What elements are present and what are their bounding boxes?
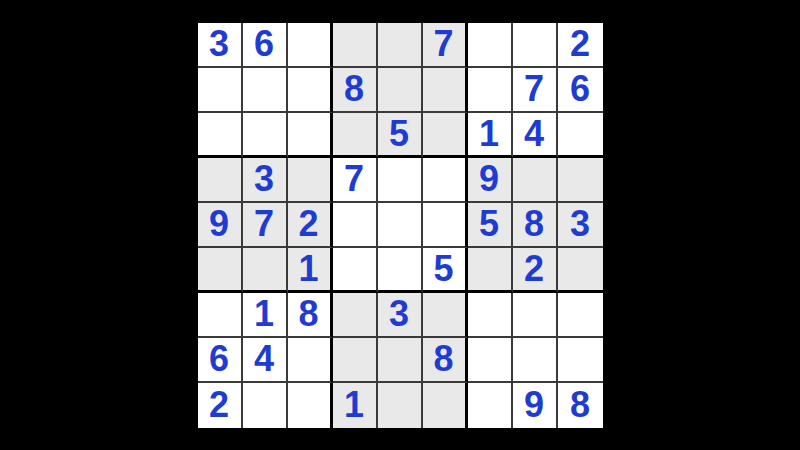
sudoku-board: 36728765143799725831521836482198	[195, 20, 606, 431]
cell-r5c5[interactable]	[378, 203, 423, 248]
cell-r8c6[interactable]: 8	[423, 338, 468, 383]
cell-r6c2[interactable]	[243, 248, 288, 293]
cell-r3c8[interactable]: 4	[513, 113, 558, 158]
cell-r6c7[interactable]	[468, 248, 513, 293]
cell-r4c7[interactable]: 9	[468, 158, 513, 203]
cell-r8c5[interactable]	[378, 338, 423, 383]
cell-r9c6[interactable]	[423, 383, 468, 428]
cell-r4c4[interactable]: 7	[333, 158, 378, 203]
cell-r9c1[interactable]: 2	[198, 383, 243, 428]
cell-r7c4[interactable]	[333, 293, 378, 338]
cell-r6c9[interactable]	[558, 248, 603, 293]
cell-r2c2[interactable]	[243, 68, 288, 113]
cell-r1c1[interactable]: 3	[198, 23, 243, 68]
cell-r5c9[interactable]: 3	[558, 203, 603, 248]
cell-r1c5[interactable]	[378, 23, 423, 68]
cell-r6c3[interactable]: 1	[288, 248, 333, 293]
cell-r5c6[interactable]	[423, 203, 468, 248]
cell-r1c7[interactable]	[468, 23, 513, 68]
cell-r9c8[interactable]: 9	[513, 383, 558, 428]
cell-r2c1[interactable]	[198, 68, 243, 113]
cell-r4c6[interactable]	[423, 158, 468, 203]
cell-r9c7[interactable]	[468, 383, 513, 428]
cell-r8c3[interactable]	[288, 338, 333, 383]
cell-r8c8[interactable]	[513, 338, 558, 383]
cell-r1c3[interactable]	[288, 23, 333, 68]
cell-r8c7[interactable]	[468, 338, 513, 383]
cell-r2c9[interactable]: 6	[558, 68, 603, 113]
cell-r6c1[interactable]	[198, 248, 243, 293]
cell-r7c5[interactable]: 3	[378, 293, 423, 338]
cell-r5c4[interactable]	[333, 203, 378, 248]
cell-r7c7[interactable]	[468, 293, 513, 338]
cell-r7c2[interactable]: 1	[243, 293, 288, 338]
cell-r2c8[interactable]: 7	[513, 68, 558, 113]
cell-r9c9[interactable]: 8	[558, 383, 603, 428]
cell-r2c5[interactable]	[378, 68, 423, 113]
cell-r5c3[interactable]: 2	[288, 203, 333, 248]
cell-r4c8[interactable]	[513, 158, 558, 203]
cell-r1c6[interactable]: 7	[423, 23, 468, 68]
cell-r4c5[interactable]	[378, 158, 423, 203]
cell-r3c7[interactable]: 1	[468, 113, 513, 158]
cell-r5c2[interactable]: 7	[243, 203, 288, 248]
cell-r3c2[interactable]	[243, 113, 288, 158]
cell-r1c2[interactable]: 6	[243, 23, 288, 68]
cell-r7c8[interactable]	[513, 293, 558, 338]
page-background: 36728765143799725831521836482198	[0, 0, 800, 450]
cell-r5c8[interactable]: 8	[513, 203, 558, 248]
cell-r6c4[interactable]	[333, 248, 378, 293]
cell-r9c5[interactable]	[378, 383, 423, 428]
cell-r8c4[interactable]	[333, 338, 378, 383]
cell-r5c7[interactable]: 5	[468, 203, 513, 248]
cell-r2c4[interactable]: 8	[333, 68, 378, 113]
cell-r9c3[interactable]	[288, 383, 333, 428]
cell-r4c1[interactable]	[198, 158, 243, 203]
cell-r7c1[interactable]	[198, 293, 243, 338]
cell-r3c6[interactable]	[423, 113, 468, 158]
cell-r3c4[interactable]	[333, 113, 378, 158]
cell-r6c5[interactable]	[378, 248, 423, 293]
cell-r6c8[interactable]: 2	[513, 248, 558, 293]
cell-r1c8[interactable]	[513, 23, 558, 68]
cell-r3c1[interactable]	[198, 113, 243, 158]
cell-r3c9[interactable]	[558, 113, 603, 158]
cell-r4c3[interactable]	[288, 158, 333, 203]
cell-r3c5[interactable]: 5	[378, 113, 423, 158]
cell-r6c6[interactable]: 5	[423, 248, 468, 293]
cell-r1c4[interactable]	[333, 23, 378, 68]
cell-r1c9[interactable]: 2	[558, 23, 603, 68]
cell-r7c3[interactable]: 8	[288, 293, 333, 338]
cell-r8c2[interactable]: 4	[243, 338, 288, 383]
cell-r7c6[interactable]	[423, 293, 468, 338]
cell-r9c4[interactable]: 1	[333, 383, 378, 428]
cell-r3c3[interactable]	[288, 113, 333, 158]
cell-r8c9[interactable]	[558, 338, 603, 383]
cell-r7c9[interactable]	[558, 293, 603, 338]
cell-r4c9[interactable]	[558, 158, 603, 203]
cell-r4c2[interactable]: 3	[243, 158, 288, 203]
cell-r2c7[interactable]	[468, 68, 513, 113]
cell-r2c3[interactable]	[288, 68, 333, 113]
cell-r8c1[interactable]: 6	[198, 338, 243, 383]
cell-r5c1[interactable]: 9	[198, 203, 243, 248]
cell-r2c6[interactable]	[423, 68, 468, 113]
cell-r9c2[interactable]	[243, 383, 288, 428]
